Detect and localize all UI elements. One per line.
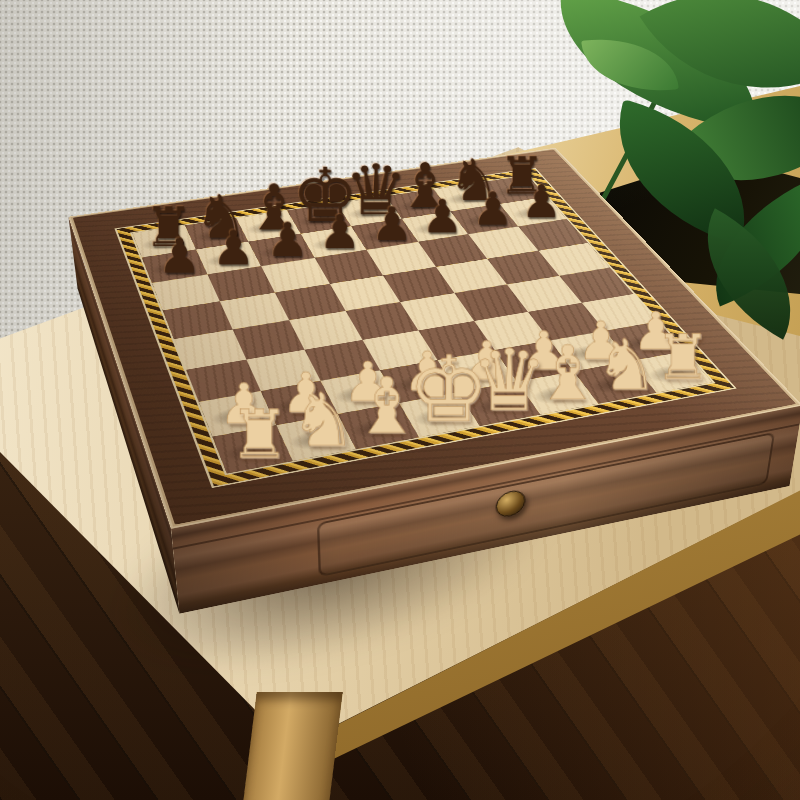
scene: ♜♞♝♚♛♝♞♜♟♟♟♟♟♟♟♟♟♟♟♟♟♟♟♟♜♞♝♚♛♝♞♜ [0, 0, 800, 800]
piece-black-pawn[interactable]: ♟ [422, 196, 463, 238]
piece-black-pawn[interactable]: ♟ [521, 181, 562, 222]
piece-black-pawn[interactable]: ♟ [472, 188, 513, 229]
piece-white-rook[interactable]: ♜ [655, 330, 711, 386]
piece-white-knight[interactable]: ♞ [595, 334, 658, 397]
piece-black-pawn[interactable]: ♟ [212, 226, 255, 269]
piece-black-pawn[interactable]: ♟ [158, 234, 201, 277]
piece-white-rook[interactable]: ♜ [229, 405, 290, 466]
piece-white-knight[interactable]: ♞ [290, 387, 356, 454]
piece-white-bishop[interactable]: ♝ [352, 372, 422, 442]
piece-black-pawn[interactable]: ♟ [319, 211, 361, 253]
piece-black-pawn[interactable]: ♟ [266, 218, 308, 261]
piece-black-pawn[interactable]: ♟ [371, 203, 413, 245]
